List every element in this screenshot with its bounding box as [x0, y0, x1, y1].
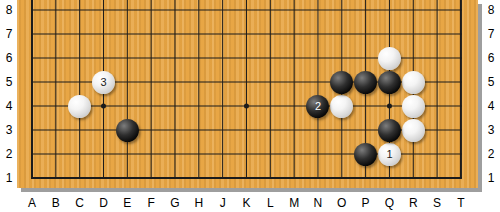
column-label-t: T — [453, 196, 469, 210]
move-number-label: 3 — [100, 77, 106, 88]
column-label-d: D — [95, 196, 111, 210]
stone-black-q3[interactable] — [378, 119, 401, 142]
column-label-n: N — [310, 196, 326, 210]
stone-white-r3[interactable] — [402, 119, 425, 142]
row-label-right-4: 4 — [483, 99, 499, 113]
row-label-left-6: 6 — [1, 51, 17, 65]
stone-black-o5[interactable] — [330, 71, 353, 94]
row-label-left-4: 4 — [1, 99, 17, 113]
row-label-right-2: 2 — [483, 147, 499, 161]
column-label-l: L — [262, 196, 278, 210]
column-label-m: M — [286, 196, 302, 210]
column-label-p: P — [358, 196, 374, 210]
column-label-c: C — [72, 196, 88, 210]
column-label-h: H — [191, 196, 207, 210]
column-label-a: A — [24, 196, 40, 210]
row-label-left-3: 3 — [1, 123, 17, 137]
row-label-left-7: 7 — [1, 27, 17, 41]
move-number-label: 2 — [315, 101, 321, 112]
stone-black-p2[interactable] — [354, 143, 377, 166]
row-label-right-8: 8 — [483, 3, 499, 17]
stone-white-q2[interactable]: 1 — [378, 143, 401, 166]
star-point-q4 — [387, 104, 392, 109]
row-label-left-2: 2 — [1, 147, 17, 161]
row-label-left-5: 5 — [1, 75, 17, 89]
go-board[interactable] — [17, 0, 478, 188]
row-label-right-1: 1 — [483, 171, 499, 185]
column-label-g: G — [167, 196, 183, 210]
stone-white-c4[interactable] — [68, 95, 91, 118]
stone-black-e3[interactable] — [116, 119, 139, 142]
column-label-s: S — [429, 196, 445, 210]
column-label-j: J — [215, 196, 231, 210]
board-grid — [17, 0, 478, 188]
row-label-right-7: 7 — [483, 27, 499, 41]
stone-black-p5[interactable] — [354, 71, 377, 94]
column-label-k: K — [238, 196, 254, 210]
column-label-b: B — [48, 196, 64, 210]
column-label-e: E — [119, 196, 135, 210]
column-label-r: R — [405, 196, 421, 210]
row-label-right-3: 3 — [483, 123, 499, 137]
stone-white-r5[interactable] — [402, 71, 425, 94]
stone-white-o4[interactable] — [330, 95, 353, 118]
row-label-right-6: 6 — [483, 51, 499, 65]
row-label-left-8: 8 — [1, 3, 17, 17]
move-number-label: 1 — [386, 149, 392, 160]
row-label-left-1: 1 — [1, 171, 17, 185]
stone-white-r4[interactable] — [402, 95, 425, 118]
stone-black-n4[interactable]: 2 — [306, 95, 329, 118]
star-point-d4 — [101, 104, 106, 109]
go-diagram-page: 312 87654321 87654321 ABCDEFGHJKLMNOPQRS… — [0, 0, 500, 212]
star-point-k4 — [244, 104, 249, 109]
column-label-o: O — [334, 196, 350, 210]
column-label-q: Q — [381, 196, 397, 210]
stone-white-d5[interactable]: 3 — [92, 71, 115, 94]
row-label-right-5: 5 — [483, 75, 499, 89]
stone-black-q5[interactable] — [378, 71, 401, 94]
stone-white-q6[interactable] — [378, 47, 401, 70]
column-label-f: F — [143, 196, 159, 210]
